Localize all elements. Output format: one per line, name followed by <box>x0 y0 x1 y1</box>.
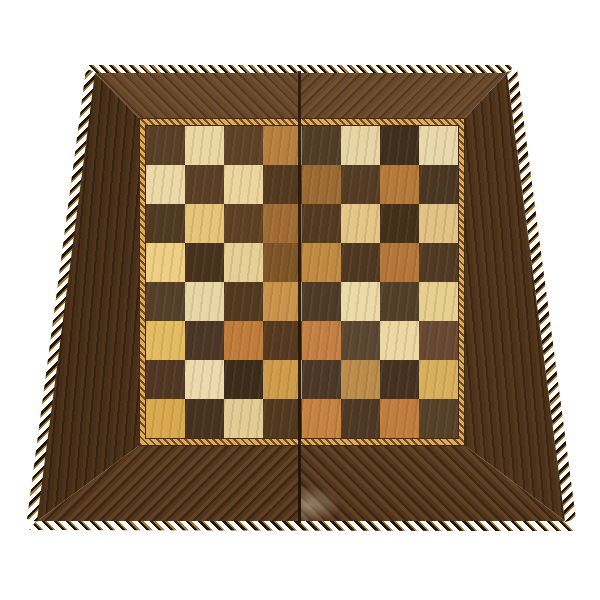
square-b7 <box>185 165 224 204</box>
square-b5 <box>185 243 224 282</box>
square-f7 <box>341 165 380 204</box>
square-g5 <box>380 243 419 282</box>
square-d5 <box>263 243 302 282</box>
square-b1 <box>185 399 224 438</box>
square-h2 <box>419 360 458 399</box>
square-c2 <box>224 360 263 399</box>
square-b3 <box>185 321 224 360</box>
playing-area-grid <box>146 126 458 438</box>
square-g7 <box>380 165 419 204</box>
square-d2 <box>263 360 302 399</box>
square-f6 <box>341 204 380 243</box>
square-c4 <box>224 282 263 321</box>
square-a1 <box>146 399 185 438</box>
square-a8 <box>146 126 185 165</box>
square-f8 <box>341 126 380 165</box>
square-b8 <box>185 126 224 165</box>
square-c8 <box>224 126 263 165</box>
square-d7 <box>263 165 302 204</box>
square-e3 <box>302 321 341 360</box>
square-h8 <box>419 126 458 165</box>
square-f1 <box>341 399 380 438</box>
square-h4 <box>419 282 458 321</box>
square-a7 <box>146 165 185 204</box>
hinge-seam <box>298 71 301 523</box>
square-g6 <box>380 204 419 243</box>
square-f5 <box>341 243 380 282</box>
square-a3 <box>146 321 185 360</box>
square-d4 <box>263 282 302 321</box>
square-c1 <box>224 399 263 438</box>
square-h5 <box>419 243 458 282</box>
square-g1 <box>380 399 419 438</box>
square-h3 <box>419 321 458 360</box>
square-b4 <box>185 282 224 321</box>
chess-board-photo <box>0 0 600 600</box>
square-f3 <box>341 321 380 360</box>
square-c3 <box>224 321 263 360</box>
square-e5 <box>302 243 341 282</box>
square-d6 <box>263 204 302 243</box>
square-b2 <box>185 360 224 399</box>
square-g3 <box>380 321 419 360</box>
square-a6 <box>146 204 185 243</box>
square-h6 <box>419 204 458 243</box>
square-g4 <box>380 282 419 321</box>
square-e7 <box>302 165 341 204</box>
square-f2 <box>341 360 380 399</box>
square-g2 <box>380 360 419 399</box>
square-c6 <box>224 204 263 243</box>
square-c7 <box>224 165 263 204</box>
square-h1 <box>419 399 458 438</box>
square-d1 <box>263 399 302 438</box>
square-e6 <box>302 204 341 243</box>
square-e1 <box>302 399 341 438</box>
square-f4 <box>341 282 380 321</box>
square-c5 <box>224 243 263 282</box>
square-b6 <box>185 204 224 243</box>
square-d8 <box>263 126 302 165</box>
square-a5 <box>146 243 185 282</box>
square-a2 <box>146 360 185 399</box>
square-e8 <box>302 126 341 165</box>
square-e2 <box>302 360 341 399</box>
square-e4 <box>302 282 341 321</box>
square-g8 <box>380 126 419 165</box>
square-h7 <box>419 165 458 204</box>
square-d3 <box>263 321 302 360</box>
square-a4 <box>146 282 185 321</box>
